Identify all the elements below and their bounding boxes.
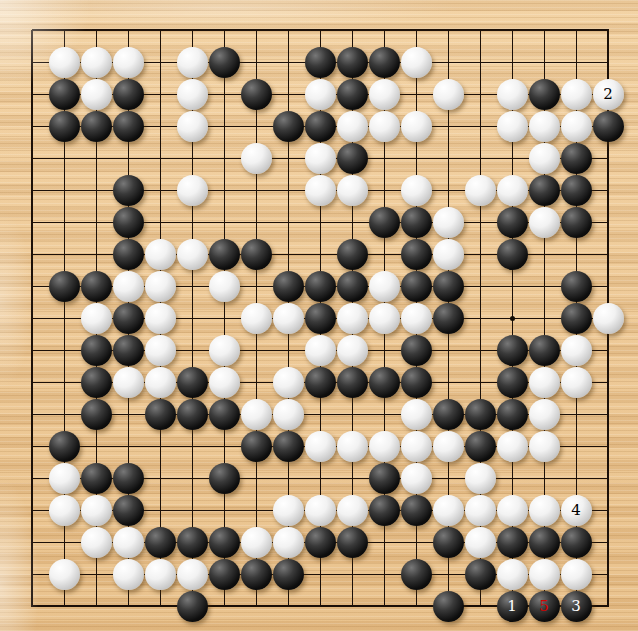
stone-black (465, 431, 496, 462)
stone-white (145, 239, 176, 270)
stone-white (401, 399, 432, 430)
stone-white (81, 527, 112, 558)
stone-black (273, 559, 304, 590)
stone-black (241, 559, 272, 590)
stone-black (305, 303, 336, 334)
stone-black-move-3: 3 (561, 591, 592, 622)
stone-white (529, 207, 560, 238)
stone-white (465, 527, 496, 558)
stone-white (401, 431, 432, 462)
stone-black (49, 111, 80, 142)
stone-white (273, 399, 304, 430)
stone-black (561, 175, 592, 206)
stone-white (145, 559, 176, 590)
stone-white (209, 367, 240, 398)
stone-black (433, 271, 464, 302)
stone-black (337, 47, 368, 78)
stone-black (113, 239, 144, 270)
stone-white (177, 47, 208, 78)
stone-black (177, 367, 208, 398)
stone-black (465, 559, 496, 590)
stone-white-move-4: 4 (561, 495, 592, 526)
stone-white (177, 239, 208, 270)
stone-white (433, 431, 464, 462)
stone-white (81, 79, 112, 110)
stone-white (113, 527, 144, 558)
stone-white (113, 367, 144, 398)
stone-white (497, 79, 528, 110)
stone-black (497, 527, 528, 558)
stone-black (337, 79, 368, 110)
stone-black (113, 495, 144, 526)
stone-white (497, 111, 528, 142)
stone-white (81, 495, 112, 526)
stone-white (81, 303, 112, 334)
stone-black (529, 527, 560, 558)
stone-black (177, 527, 208, 558)
stone-white (305, 335, 336, 366)
move-number-label: 4 (571, 503, 581, 518)
stone-white (209, 271, 240, 302)
stone-black (529, 175, 560, 206)
stone-white (273, 527, 304, 558)
stone-white (401, 463, 432, 494)
star-point (510, 316, 515, 321)
stone-white (273, 303, 304, 334)
stone-black (49, 271, 80, 302)
stone-black (529, 79, 560, 110)
stone-black (433, 527, 464, 558)
stone-black (49, 431, 80, 462)
stone-black (465, 399, 496, 430)
stone-white (529, 143, 560, 174)
stone-white (497, 431, 528, 462)
stone-black (433, 591, 464, 622)
stone-black (497, 207, 528, 238)
move-number-label: 3 (571, 599, 581, 614)
stone-black (561, 303, 592, 334)
stone-black (369, 495, 400, 526)
stone-black (209, 527, 240, 558)
stone-black (209, 239, 240, 270)
stone-black (113, 175, 144, 206)
stone-black (145, 527, 176, 558)
stone-black (497, 399, 528, 430)
stone-white (145, 367, 176, 398)
stone-white (305, 79, 336, 110)
stone-white (465, 463, 496, 494)
stone-white (369, 79, 400, 110)
stone-black (369, 47, 400, 78)
stone-white (561, 559, 592, 590)
stone-black (561, 207, 592, 238)
stone-black (241, 79, 272, 110)
stone-white (305, 431, 336, 462)
stone-white (113, 271, 144, 302)
stone-black (113, 207, 144, 238)
stone-white (561, 335, 592, 366)
stone-white (401, 175, 432, 206)
stone-black (113, 463, 144, 494)
stone-white (369, 271, 400, 302)
stone-white (241, 303, 272, 334)
stone-black (369, 367, 400, 398)
stone-black (113, 111, 144, 142)
stone-white (369, 111, 400, 142)
stone-white (497, 175, 528, 206)
stone-black (497, 239, 528, 270)
stone-white (465, 175, 496, 206)
stone-white (529, 399, 560, 430)
stone-black (273, 431, 304, 462)
stone-white (273, 495, 304, 526)
stone-white (81, 47, 112, 78)
stone-black (49, 79, 80, 110)
stone-white (465, 495, 496, 526)
stone-black (593, 111, 624, 142)
stone-white (401, 47, 432, 78)
stone-black (497, 335, 528, 366)
stone-white (337, 111, 368, 142)
stone-black (305, 271, 336, 302)
stone-black (209, 47, 240, 78)
stone-black (209, 399, 240, 430)
stone-black (561, 271, 592, 302)
move-number-label: 1 (507, 599, 517, 614)
stone-black (305, 367, 336, 398)
stone-white (337, 431, 368, 462)
stone-black (305, 47, 336, 78)
stone-black-move-1: 1 (497, 591, 528, 622)
stone-white (529, 495, 560, 526)
stone-black (529, 335, 560, 366)
stone-black (401, 239, 432, 270)
stone-white (305, 143, 336, 174)
stone-black (401, 495, 432, 526)
stone-black (337, 367, 368, 398)
stone-black (273, 271, 304, 302)
stone-black (273, 111, 304, 142)
stone-black (401, 207, 432, 238)
stone-white (401, 303, 432, 334)
stone-white (337, 175, 368, 206)
stone-black (305, 111, 336, 142)
stone-white (433, 207, 464, 238)
move-number-label: 5 (539, 599, 549, 614)
move-number-label: 2 (603, 87, 613, 102)
stone-white (49, 559, 80, 590)
stone-white (369, 303, 400, 334)
stone-black (305, 527, 336, 558)
stone-black (561, 527, 592, 558)
stone-black (337, 527, 368, 558)
stone-white (49, 463, 80, 494)
stone-white (177, 111, 208, 142)
stone-white (561, 367, 592, 398)
stone-black (401, 271, 432, 302)
stone-white (305, 175, 336, 206)
stone-black (81, 463, 112, 494)
stone-white (49, 495, 80, 526)
stone-white (401, 111, 432, 142)
stone-black (145, 399, 176, 430)
stone-black (337, 271, 368, 302)
stone-white (209, 335, 240, 366)
stone-black (81, 367, 112, 398)
go-board[interactable]: 24153 (0, 0, 638, 631)
stone-white (369, 431, 400, 462)
stone-white (177, 559, 208, 590)
stone-white (433, 239, 464, 270)
stone-black (369, 463, 400, 494)
stone-white (529, 367, 560, 398)
stone-black (209, 559, 240, 590)
stone-black (113, 335, 144, 366)
stone-white (241, 527, 272, 558)
stone-white (145, 335, 176, 366)
stone-black (177, 399, 208, 430)
stone-white (241, 143, 272, 174)
stone-white (433, 79, 464, 110)
stone-white (273, 367, 304, 398)
stone-white (529, 431, 560, 462)
stone-white (145, 303, 176, 334)
stone-white (337, 303, 368, 334)
stone-white (241, 399, 272, 430)
stone-white (561, 111, 592, 142)
stone-white (113, 47, 144, 78)
stone-white (177, 79, 208, 110)
stone-white (433, 495, 464, 526)
stone-black (433, 399, 464, 430)
stone-white (529, 111, 560, 142)
stone-black (337, 239, 368, 270)
stone-white (561, 79, 592, 110)
stone-black (81, 271, 112, 302)
stone-white (337, 495, 368, 526)
stone-white-move-2: 2 (593, 79, 624, 110)
stone-black (209, 463, 240, 494)
stone-white (305, 495, 336, 526)
stone-black (401, 559, 432, 590)
stone-white (497, 559, 528, 590)
stone-white (593, 303, 624, 334)
stone-black (337, 143, 368, 174)
stone-black (241, 239, 272, 270)
stone-white (529, 559, 560, 590)
stone-black (401, 335, 432, 366)
stone-white (113, 559, 144, 590)
stone-black (369, 207, 400, 238)
stone-black (177, 591, 208, 622)
stone-black (113, 303, 144, 334)
stone-white (337, 335, 368, 366)
stone-white (145, 271, 176, 302)
stone-black (401, 367, 432, 398)
stone-black (433, 303, 464, 334)
stone-black (561, 143, 592, 174)
stone-white (177, 175, 208, 206)
stone-black (81, 111, 112, 142)
stone-white (49, 47, 80, 78)
stone-black (113, 79, 144, 110)
stone-black (81, 335, 112, 366)
stone-black (241, 431, 272, 462)
stone-white (497, 495, 528, 526)
stone-black (497, 367, 528, 398)
stone-black-move-5: 5 (529, 591, 560, 622)
stone-black (81, 399, 112, 430)
